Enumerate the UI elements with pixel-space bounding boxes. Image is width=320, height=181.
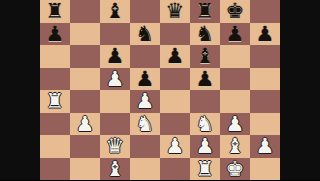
piece-black-bishop-f6[interactable]: ♝ [196,45,215,68]
piece-black-pawn-e6[interactable]: ♟ [166,45,185,68]
square-h6[interactable] [250,45,280,68]
square-f5[interactable]: ♟ [190,68,220,91]
piece-black-pawn-d5[interactable]: ♟ [136,68,155,91]
chess-app-viewport: ♜♝♛♜♚♟♞♞♟♟♟♟♝♟♟♟♜♟♟♞♞♟♛♟♟♝♟♝♜♚ [0,0,320,180]
square-e6[interactable]: ♟ [160,45,190,68]
square-f8[interactable]: ♜ [190,0,220,23]
square-c5[interactable]: ♟ [100,68,130,91]
square-c2[interactable]: ♛ [100,135,130,158]
piece-black-pawn-f5[interactable]: ♟ [196,68,215,91]
square-a4[interactable]: ♜ [40,90,70,113]
square-e4[interactable] [160,90,190,113]
square-g6[interactable] [220,45,250,68]
square-b4[interactable] [70,90,100,113]
square-d4[interactable]: ♟ [130,90,160,113]
square-f4[interactable] [190,90,220,113]
square-a2[interactable] [40,135,70,158]
square-d8[interactable] [130,0,160,23]
square-d1[interactable] [130,158,160,181]
square-d2[interactable] [130,135,160,158]
square-g5[interactable] [220,68,250,91]
piece-white-bishop-g2[interactable]: ♝ [226,135,245,158]
square-e1[interactable] [160,158,190,181]
square-a7[interactable]: ♟ [40,23,70,46]
piece-black-pawn-c6[interactable]: ♟ [106,45,125,68]
square-a8[interactable]: ♜ [40,0,70,23]
square-b2[interactable] [70,135,100,158]
piece-white-rook-a4[interactable]: ♜ [46,90,65,113]
square-h1[interactable] [250,158,280,181]
piece-black-pawn-a7[interactable]: ♟ [46,23,65,46]
piece-white-pawn-c5[interactable]: ♟ [106,68,125,91]
square-f3[interactable]: ♞ [190,113,220,136]
square-g2[interactable]: ♝ [220,135,250,158]
piece-black-knight-f7[interactable]: ♞ [196,23,215,46]
piece-black-pawn-g7[interactable]: ♟ [226,23,245,46]
square-e5[interactable] [160,68,190,91]
square-g3[interactable]: ♟ [220,113,250,136]
square-e7[interactable] [160,23,190,46]
square-b3[interactable]: ♟ [70,113,100,136]
square-f6[interactable]: ♝ [190,45,220,68]
square-c3[interactable] [100,113,130,136]
square-e3[interactable] [160,113,190,136]
piece-black-bishop-c8[interactable]: ♝ [106,0,125,23]
piece-white-pawn-b3[interactable]: ♟ [76,113,95,136]
square-d7[interactable]: ♞ [130,23,160,46]
piece-white-bishop-c1[interactable]: ♝ [106,158,125,181]
square-a1[interactable] [40,158,70,181]
piece-black-king-g8[interactable]: ♚ [226,0,245,23]
piece-white-knight-f3[interactable]: ♞ [196,113,215,136]
square-a5[interactable] [40,68,70,91]
square-c6[interactable]: ♟ [100,45,130,68]
square-c7[interactable] [100,23,130,46]
square-b8[interactable] [70,0,100,23]
square-d5[interactable]: ♟ [130,68,160,91]
piece-black-queen-e8[interactable]: ♛ [166,0,185,23]
square-g7[interactable]: ♟ [220,23,250,46]
square-e8[interactable]: ♛ [160,0,190,23]
square-g1[interactable]: ♚ [220,158,250,181]
piece-white-pawn-e2[interactable]: ♟ [166,135,185,158]
square-f2[interactable]: ♟ [190,135,220,158]
square-h2[interactable]: ♟ [250,135,280,158]
piece-black-rook-f8[interactable]: ♜ [196,0,215,23]
square-d3[interactable]: ♞ [130,113,160,136]
piece-black-knight-d7[interactable]: ♞ [136,23,155,46]
square-b1[interactable] [70,158,100,181]
piece-black-rook-a8[interactable]: ♜ [46,0,65,23]
square-h7[interactable]: ♟ [250,23,280,46]
square-f7[interactable]: ♞ [190,23,220,46]
piece-black-pawn-h7[interactable]: ♟ [256,23,275,46]
square-h4[interactable] [250,90,280,113]
square-g8[interactable]: ♚ [220,0,250,23]
piece-white-pawn-d4[interactable]: ♟ [136,90,155,113]
piece-white-knight-d3[interactable]: ♞ [136,113,155,136]
piece-white-pawn-g3[interactable]: ♟ [226,113,245,136]
square-b7[interactable] [70,23,100,46]
piece-white-rook-f1[interactable]: ♜ [196,158,215,181]
piece-white-pawn-f2[interactable]: ♟ [196,135,215,158]
square-h3[interactable] [250,113,280,136]
square-g4[interactable] [220,90,250,113]
square-a6[interactable] [40,45,70,68]
square-e2[interactable]: ♟ [160,135,190,158]
square-a3[interactable] [40,113,70,136]
square-h5[interactable] [250,68,280,91]
square-c1[interactable]: ♝ [100,158,130,181]
square-b5[interactable] [70,68,100,91]
letterbox-left [0,0,40,180]
square-c4[interactable] [100,90,130,113]
piece-white-king-g1[interactable]: ♚ [226,158,245,181]
square-h8[interactable] [250,0,280,23]
letterbox-right [280,0,320,180]
piece-white-queen-c2[interactable]: ♛ [106,135,125,158]
chess-board: ♜♝♛♜♚♟♞♞♟♟♟♟♝♟♟♟♜♟♟♞♞♟♛♟♟♝♟♝♜♚ [40,0,280,180]
square-c8[interactable]: ♝ [100,0,130,23]
piece-white-pawn-h2[interactable]: ♟ [256,135,275,158]
square-d6[interactable] [130,45,160,68]
square-b6[interactable] [70,45,100,68]
square-f1[interactable]: ♜ [190,158,220,181]
